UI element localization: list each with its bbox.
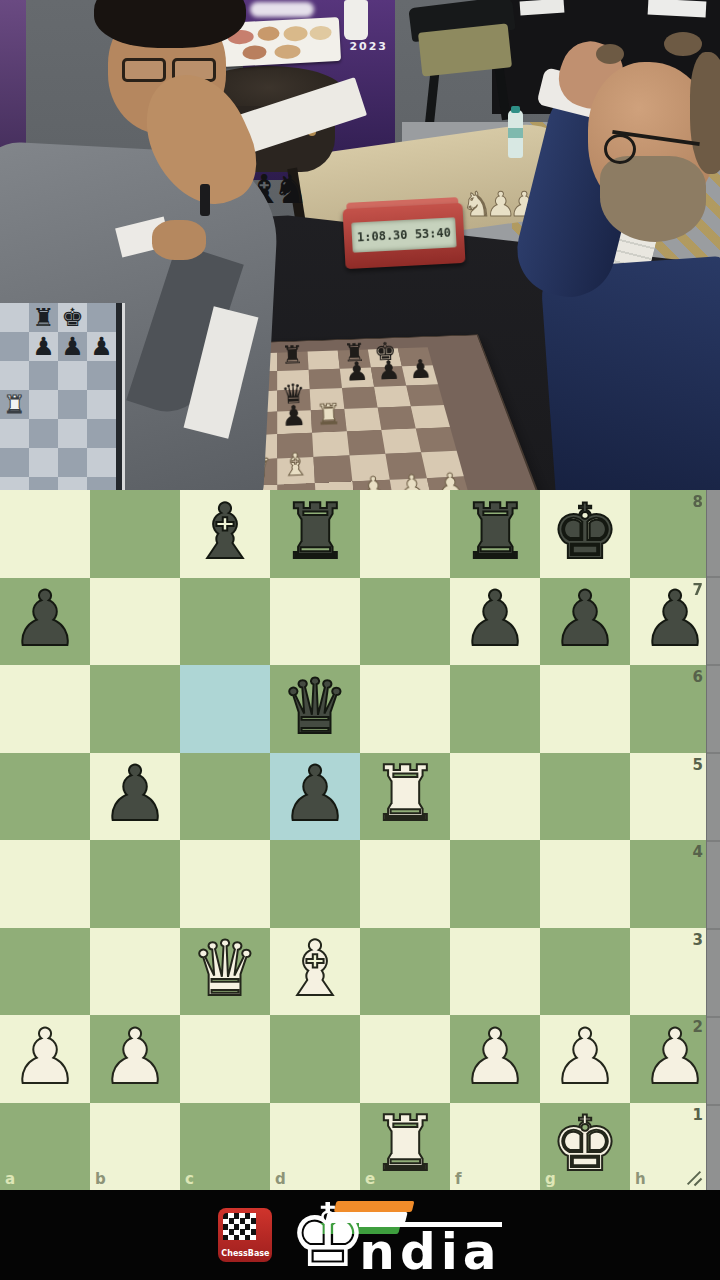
square-b2[interactable]: ♟: [90, 1015, 180, 1103]
mini-square: ♜: [0, 390, 29, 419]
physical-square-h4: [416, 427, 457, 452]
chessbase-label: ChessBase: [218, 1249, 272, 1258]
rank-label: 1: [693, 1106, 703, 1124]
black-pawn: ♟: [641, 581, 709, 657]
left-player-hand: [152, 220, 206, 260]
white-rook: ♜: [311, 398, 347, 431]
black-pawn: ♟: [101, 756, 169, 832]
square-f5[interactable]: [450, 753, 540, 841]
square-f1[interactable]: f: [450, 1103, 540, 1191]
mini-square: [58, 390, 87, 419]
pastry: [274, 44, 301, 59]
mini-square: [0, 419, 29, 448]
chessbase-logo: ChessBase: [218, 1208, 272, 1262]
mini-square: [58, 419, 87, 448]
file-label: f: [455, 1170, 462, 1188]
square-f7[interactable]: ♟: [450, 578, 540, 666]
square-f3[interactable]: [450, 928, 540, 1016]
black-pawn: ♟: [461, 581, 529, 657]
square-d1[interactable]: d: [270, 1103, 360, 1191]
file-label: c: [185, 1170, 194, 1188]
resize-handle-icon[interactable]: [685, 1169, 703, 1185]
square-f2[interactable]: ♟: [450, 1015, 540, 1103]
scrollbar[interactable]: [706, 490, 720, 1190]
square-c7[interactable]: [180, 578, 270, 666]
square-b5[interactable]: ♟: [90, 753, 180, 841]
black-pawn: ♟: [551, 581, 619, 657]
file-label: a: [5, 1170, 15, 1188]
chessbase-india-logo: ♚ ndia: [288, 1193, 501, 1277]
physical-square-d8: ♜: [277, 352, 308, 371]
white-pawn: ♟: [551, 1018, 619, 1094]
black-pawn: ♟: [281, 756, 349, 832]
square-b8[interactable]: [90, 490, 180, 578]
banner-year-text: 2023: [349, 40, 388, 53]
physical-square-h5: [411, 405, 450, 428]
black-pawn: ♟: [90, 334, 112, 359]
mini-square: [0, 448, 29, 477]
square-d4[interactable]: [270, 840, 360, 928]
square-g6[interactable]: [540, 665, 630, 753]
mini-square: [87, 303, 116, 332]
white-pawn: ♟: [392, 468, 432, 490]
white-pawn: ♟: [461, 1018, 529, 1094]
bottle-label: [508, 128, 523, 138]
rank-label: 5: [693, 756, 703, 774]
square-a7[interactable]: ♟: [0, 578, 90, 666]
right-player-hair: [690, 52, 720, 174]
right-player-beard: [600, 156, 706, 242]
clock-display: 1:08.30 53:40: [351, 217, 456, 252]
white-king: ♚: [551, 1106, 619, 1182]
playing-hall-photo: 2023 ♝♜♜♚♟♟♟♟♛♟♟♜♛♝♟♟♟♟♟♜♚ ♝♞: [0, 0, 720, 490]
left-player-glasses: [122, 58, 214, 78]
white-bishop: ♝: [281, 931, 349, 1007]
mini-board-window-edge: [116, 303, 125, 490]
black-pawn: ♟: [404, 354, 437, 384]
physical-square-d5: ♟: [277, 410, 312, 434]
pastry: [257, 26, 280, 41]
square-c2[interactable]: [180, 1015, 270, 1103]
square-e7[interactable]: [360, 578, 450, 666]
mini-square: [58, 361, 87, 390]
broadcast-frame: 2023 ♝♜♜♚♟♟♟♟♛♟♟♜♛♝♟♟♟♟♟♜♚ ♝♞: [0, 0, 720, 1280]
black-rook: ♜: [276, 340, 308, 370]
physical-square-e5: ♜: [311, 409, 347, 433]
black-rook: ♜: [281, 493, 349, 569]
square-d2[interactable]: [270, 1015, 360, 1103]
rank-label: 8: [693, 493, 703, 511]
mini-square: [87, 361, 116, 390]
square-a8[interactable]: [0, 490, 90, 578]
square-g3[interactable]: [540, 928, 630, 1016]
file-label: d: [275, 1170, 286, 1188]
held-piece: [200, 184, 210, 216]
physical-square-f7: ♟: [340, 367, 374, 388]
mini-square: [58, 477, 87, 490]
square-b4[interactable]: [90, 840, 180, 928]
square-c5[interactable]: [180, 753, 270, 841]
mini-square: ♟: [87, 332, 116, 361]
mini-square: [58, 448, 87, 477]
square-a5[interactable]: [0, 753, 90, 841]
square-g1[interactable]: g♚: [540, 1103, 630, 1191]
mini-square: [29, 390, 58, 419]
square-a6[interactable]: [0, 665, 90, 753]
india-label: ndia: [359, 1222, 501, 1277]
white-pawn: ♟: [354, 470, 394, 490]
mini-square: [87, 390, 116, 419]
physical-square-e8: [308, 350, 340, 369]
footer-bar: ChessBase ♚ ndia: [0, 1190, 720, 1280]
square-e6[interactable]: [360, 665, 450, 753]
mini-board-overlay: ♜♚♟♟♟♜: [0, 303, 116, 490]
black-pawn: ♟: [32, 334, 54, 359]
mini-square: [87, 419, 116, 448]
mini-square: ♚: [58, 303, 87, 332]
black-pawn: ♟: [276, 399, 312, 432]
white-bishop: ♝: [276, 447, 315, 483]
mini-square: ♜: [29, 303, 58, 332]
mini-square: [0, 332, 29, 361]
black-queen: ♛: [281, 668, 349, 744]
square-e2[interactable]: [360, 1015, 450, 1103]
mini-square: ♟: [29, 332, 58, 361]
mini-square: [0, 361, 29, 390]
file-label: b: [95, 1170, 106, 1188]
square-d3[interactable]: ♝: [270, 928, 360, 1016]
chair-cushion: [418, 23, 512, 76]
black-pawn: ♟: [61, 334, 83, 359]
white-queen: ♛: [191, 931, 259, 1007]
physical-square-f5: [344, 408, 381, 432]
physical-square-f6: [342, 387, 378, 409]
square-g2[interactable]: ♟: [540, 1015, 630, 1103]
black-rook: ♜: [461, 493, 529, 569]
square-e8[interactable]: [360, 490, 450, 578]
square-e4[interactable]: [360, 840, 450, 928]
square-a3[interactable]: [0, 928, 90, 1016]
square-c3[interactable]: ♛: [180, 928, 270, 1016]
chess-diagram: ♝♜♜♚8♟♟♟7♟♛6♟♟♜54♛♝3♟♟♟♟2♟abcde♜fg♚1h: [0, 490, 720, 1190]
black-rook: ♜: [32, 305, 54, 330]
right-player-glasses-lens: [604, 134, 636, 164]
right-player-hair: [596, 44, 624, 64]
square-a4[interactable]: [0, 840, 90, 928]
square-a2[interactable]: ♟: [0, 1015, 90, 1103]
rank-label: 3: [693, 931, 703, 949]
mini-square: [29, 448, 58, 477]
mini-square: [87, 448, 116, 477]
mini-square: [0, 303, 29, 332]
pastry: [309, 25, 332, 40]
physical-square-g2: ♟: [390, 478, 433, 490]
square-g5[interactable]: [540, 753, 630, 841]
square-g8[interactable]: ♚: [540, 490, 630, 578]
white-time: 1:08.30: [357, 228, 408, 245]
black-pawn: ♟: [372, 355, 405, 386]
square-d7[interactable]: [270, 578, 360, 666]
square-a1[interactable]: a: [0, 1103, 90, 1191]
square-f6[interactable]: [450, 665, 540, 753]
mini-square: [29, 419, 58, 448]
physical-square-h7: ♟: [402, 365, 438, 385]
white-rook: ♜: [371, 756, 439, 832]
mini-square: [29, 477, 58, 490]
king-silhouette-icon: ♚: [288, 1196, 367, 1277]
white-rook: ♜: [371, 1106, 439, 1182]
physical-square-d3: ♝: [277, 457, 315, 485]
white-pawn: ♟: [101, 1018, 169, 1094]
board-grid: ♝♜♜♚8♟♟♟7♟♛6♟♟♜54♛♝3♟♟♟♟2♟abcde♜fg♚1h: [0, 490, 720, 1190]
physical-square-e4: [312, 431, 349, 457]
physical-square-e7: [309, 369, 342, 390]
mini-board-grid: ♜♚♟♟♟♜: [0, 303, 116, 490]
black-bishop: ♝: [191, 493, 259, 569]
physical-square-g6: [374, 386, 411, 408]
square-e1[interactable]: e♜: [360, 1103, 450, 1191]
pastry: [242, 45, 267, 60]
square-e3[interactable]: [360, 928, 450, 1016]
square-g4[interactable]: [540, 840, 630, 928]
square-b1[interactable]: b: [90, 1103, 180, 1191]
white-pawn: ♟: [641, 1018, 709, 1094]
right-player-hair: [664, 32, 702, 56]
file-label: h: [635, 1170, 646, 1188]
black-king: ♚: [551, 493, 619, 569]
banner-logo-glow: [250, 2, 314, 17]
mini-square: [29, 361, 58, 390]
black-time: 53:40: [414, 226, 451, 242]
black-pawn: ♟: [11, 581, 79, 657]
square-b3[interactable]: [90, 928, 180, 1016]
square-c1[interactable]: c: [180, 1103, 270, 1191]
white-rook: ♜: [3, 392, 25, 417]
physical-square-f4: [347, 430, 386, 456]
paper-sheet: [648, 0, 707, 18]
square-c4[interactable]: [180, 840, 270, 928]
mini-square: [0, 477, 29, 490]
square-d5[interactable]: ♟: [270, 753, 360, 841]
square-c6[interactable]: [180, 665, 270, 753]
square-f8[interactable]: ♜: [450, 490, 540, 578]
physical-square-g4: [381, 428, 421, 453]
square-f4[interactable]: [450, 840, 540, 928]
white-pawn: ♟: [11, 1018, 79, 1094]
rank-label: 4: [693, 843, 703, 861]
physical-square-h6: [406, 384, 444, 406]
physical-square-g7: ♟: [371, 366, 406, 386]
paper-cup: [344, 0, 368, 40]
physical-square-g5: [378, 406, 416, 430]
chessbase-checker-icon: [223, 1213, 256, 1240]
square-d8[interactable]: ♜: [270, 490, 360, 578]
pastry: [283, 26, 308, 42]
square-e5[interactable]: ♜: [360, 753, 450, 841]
square-d6[interactable]: ♛: [270, 665, 360, 753]
square-c8[interactable]: ♝: [180, 490, 270, 578]
physical-square-e3: [313, 455, 352, 483]
square-b7[interactable]: [90, 578, 180, 666]
physical-square-f2: ♟: [352, 480, 394, 490]
square-b6[interactable]: [90, 665, 180, 753]
square-g7[interactable]: ♟: [540, 578, 630, 666]
mini-square: [87, 477, 116, 490]
dgt-clock: 1:08.30 53:40: [343, 203, 466, 269]
black-pawn: ♟: [341, 356, 374, 387]
mini-square: ♟: [58, 332, 87, 361]
black-king: ♚: [61, 305, 83, 330]
bottle-cap: [511, 106, 520, 113]
rank-label: 6: [693, 668, 703, 686]
